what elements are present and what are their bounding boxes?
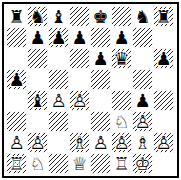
square-b1[interactable]: ♘ [27,153,48,174]
square-d3[interactable] [69,111,90,132]
piece-white-king: ♔ [134,153,150,174]
square-e8[interactable]: ♚ [90,6,111,27]
square-h1[interactable] [153,153,174,174]
piece-black-queen: ♛ [113,48,129,69]
piece-white-knight: ♘ [113,111,129,132]
piece-black-pawn: ♟ [71,27,87,48]
piece-white-queen: ♕ [71,153,87,174]
square-f7[interactable]: ♟ [111,27,132,48]
piece-black-rook: ♜ [8,6,24,27]
chessboard-frame: ♜♞♝♚♞♜♟♟♟♟♟♛♟♟♝♙♙♟♘♙♙♙♗♙♙♗♙♖♘♕♖♔ [2,2,179,178]
square-c5[interactable] [48,69,69,90]
piece-black-pawn: ♟ [8,69,24,90]
square-h8[interactable]: ♜ [153,6,174,27]
piece-black-bishop: ♝ [50,6,66,27]
square-f8[interactable] [111,6,132,27]
square-c4[interactable]: ♙ [48,90,69,111]
piece-black-pawn: ♟ [134,90,150,111]
square-e4[interactable] [90,90,111,111]
square-e1[interactable] [90,153,111,174]
piece-black-king: ♚ [92,6,108,27]
piece-black-bishop: ♝ [29,90,45,111]
piece-white-rook: ♖ [8,153,24,174]
square-h5[interactable] [153,69,174,90]
square-h6[interactable]: ♟ [153,48,174,69]
square-a2[interactable]: ♙ [6,132,27,153]
piece-white-pawn: ♙ [8,132,24,153]
square-c8[interactable]: ♝ [48,6,69,27]
square-f4[interactable] [111,90,132,111]
square-b7[interactable]: ♟ [27,27,48,48]
piece-white-rook: ♖ [113,153,129,174]
piece-white-pawn: ♙ [113,132,129,153]
square-d8[interactable] [69,6,90,27]
square-g1[interactable]: ♔ [132,153,153,174]
square-f3[interactable]: ♘ [111,111,132,132]
piece-white-pawn: ♙ [155,132,171,153]
square-e5[interactable] [90,69,111,90]
piece-white-pawn: ♙ [50,90,66,111]
square-c3[interactable] [48,111,69,132]
piece-black-pawn: ♟ [155,48,171,69]
piece-black-pawn: ♟ [113,27,129,48]
piece-white-pawn: ♙ [92,132,108,153]
square-a8[interactable]: ♜ [6,6,27,27]
chessboard: ♜♞♝♚♞♜♟♟♟♟♟♛♟♟♝♙♙♟♘♙♙♙♗♙♙♗♙♖♘♕♖♔ [6,6,174,174]
square-g4[interactable]: ♟ [132,90,153,111]
square-a3[interactable] [6,111,27,132]
square-b6[interactable] [27,48,48,69]
piece-white-bishop: ♗ [71,132,87,153]
piece-black-pawn: ♟ [92,48,108,69]
piece-white-pawn: ♙ [71,90,87,111]
square-g7[interactable] [132,27,153,48]
square-h7[interactable] [153,27,174,48]
square-d6[interactable] [69,48,90,69]
square-e6[interactable]: ♟ [90,48,111,69]
square-c6[interactable] [48,48,69,69]
piece-black-rook: ♜ [155,6,171,27]
piece-black-pawn: ♟ [29,27,45,48]
square-a6[interactable] [6,48,27,69]
square-c2[interactable] [48,132,69,153]
square-a1[interactable]: ♖ [6,153,27,174]
piece-white-pawn: ♙ [29,132,45,153]
square-d2[interactable]: ♗ [69,132,90,153]
square-c1[interactable] [48,153,69,174]
square-h3[interactable] [153,111,174,132]
square-b8[interactable]: ♞ [27,6,48,27]
square-d5[interactable] [69,69,90,90]
piece-black-knight: ♞ [29,6,45,27]
square-b4[interactable]: ♝ [27,90,48,111]
piece-white-bishop: ♗ [134,132,150,153]
piece-black-knight: ♞ [134,6,150,27]
square-g2[interactable]: ♗ [132,132,153,153]
square-f1[interactable]: ♖ [111,153,132,174]
square-d7[interactable]: ♟ [69,27,90,48]
square-f2[interactable]: ♙ [111,132,132,153]
square-a5[interactable]: ♟ [6,69,27,90]
square-h2[interactable]: ♙ [153,132,174,153]
square-a7[interactable] [6,27,27,48]
square-e7[interactable] [90,27,111,48]
square-f6[interactable]: ♛ [111,48,132,69]
square-g8[interactable]: ♞ [132,6,153,27]
square-g5[interactable] [132,69,153,90]
square-b2[interactable]: ♙ [27,132,48,153]
square-e3[interactable] [90,111,111,132]
piece-white-knight: ♘ [29,153,45,174]
square-f5[interactable] [111,69,132,90]
square-d4[interactable]: ♙ [69,90,90,111]
square-e2[interactable]: ♙ [90,132,111,153]
square-g6[interactable] [132,48,153,69]
piece-black-pawn: ♟ [50,27,66,48]
square-d1[interactable]: ♕ [69,153,90,174]
square-c7[interactable]: ♟ [48,27,69,48]
square-h4[interactable] [153,90,174,111]
piece-white-pawn: ♙ [134,111,150,132]
square-b5[interactable] [27,69,48,90]
square-b3[interactable] [27,111,48,132]
square-g3[interactable]: ♙ [132,111,153,132]
square-a4[interactable] [6,90,27,111]
